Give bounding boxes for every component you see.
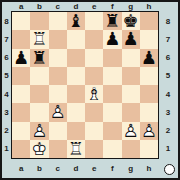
square-e2[interactable] <box>85 122 103 140</box>
square-b7[interactable]: ♜♖ <box>30 30 48 48</box>
chess-diagram: abcdefgh 87654321 ♝♜♚♜♖♟♟♟♜♟♝♗♟♙♟♙♟♙♟♙♚♔… <box>0 0 180 180</box>
square-f2[interactable] <box>103 122 121 140</box>
square-c8[interactable] <box>49 12 67 30</box>
file-label-a: a <box>12 159 30 177</box>
rank-label-8: 8 <box>2 12 11 30</box>
square-a4[interactable] <box>12 85 30 103</box>
piece-outline: ♙ <box>31 122 47 140</box>
square-e3[interactable] <box>85 103 103 121</box>
square-d5[interactable] <box>67 67 85 85</box>
rank-label-7: 7 <box>159 30 177 48</box>
piece-black-bishop-d8[interactable]: ♝ <box>67 12 85 30</box>
square-e8[interactable] <box>85 12 103 30</box>
square-c3[interactable]: ♟♙ <box>49 103 67 121</box>
file-label-e: e <box>85 159 103 177</box>
square-h2[interactable]: ♟♙ <box>140 122 158 140</box>
file-label-a: a <box>12 2 30 11</box>
square-b6[interactable]: ♜ <box>30 49 48 67</box>
piece-white-pawn-g2[interactable]: ♟♙ <box>122 122 140 140</box>
square-g1[interactable] <box>122 140 140 158</box>
piece-outline: ♙ <box>123 122 139 140</box>
square-h8[interactable] <box>140 12 158 30</box>
files-bottom: abcdefgh <box>12 159 158 177</box>
square-b3[interactable] <box>30 103 48 121</box>
file-label-h: h <box>140 159 158 177</box>
file-label-b: b <box>30 2 48 11</box>
square-a6[interactable]: ♟ <box>12 49 30 67</box>
rank-label-6: 6 <box>2 49 11 67</box>
piece-white-rook-b7[interactable]: ♜♖ <box>30 30 48 48</box>
rank-label-6: 6 <box>159 49 177 67</box>
rank-label-5: 5 <box>2 67 11 85</box>
square-c1[interactable] <box>49 140 67 158</box>
file-label-h: h <box>140 2 158 11</box>
piece-outline: ♙ <box>141 122 157 140</box>
square-c7[interactable] <box>49 30 67 48</box>
rank-label-3: 3 <box>2 103 11 121</box>
piece-black-pawn-g7[interactable]: ♟ <box>122 30 140 48</box>
square-d1[interactable]: ♜♖ <box>67 140 85 158</box>
file-label-c: c <box>49 159 67 177</box>
square-h3[interactable] <box>140 103 158 121</box>
rank-label-2: 2 <box>2 122 11 140</box>
square-a1[interactable] <box>12 140 30 158</box>
file-label-d: d <box>67 159 85 177</box>
square-b5[interactable] <box>30 67 48 85</box>
piece-white-pawn-c3[interactable]: ♟♙ <box>49 103 67 121</box>
square-d4[interactable] <box>67 85 85 103</box>
piece-white-pawn-b2[interactable]: ♟♙ <box>30 122 48 140</box>
square-b1[interactable]: ♚♔ <box>30 140 48 158</box>
piece-outline: ♔ <box>31 140 47 158</box>
square-g6[interactable] <box>122 49 140 67</box>
ranks-left: 87654321 <box>2 12 11 158</box>
file-label-f: f <box>103 159 121 177</box>
file-label-c: c <box>49 2 67 11</box>
square-h5[interactable] <box>140 67 158 85</box>
board: ♝♜♚♜♖♟♟♟♜♟♝♗♟♙♟♙♟♙♟♙♚♔♜♖ <box>11 11 159 159</box>
piece-black-pawn-f7[interactable]: ♟ <box>103 30 121 48</box>
square-f5[interactable] <box>103 67 121 85</box>
square-e6[interactable] <box>85 49 103 67</box>
square-d7[interactable] <box>67 30 85 48</box>
square-c6[interactable] <box>49 49 67 67</box>
square-h6[interactable]: ♟ <box>140 49 158 67</box>
square-h7[interactable] <box>140 30 158 48</box>
piece-white-rook-d1[interactable]: ♜♖ <box>67 140 85 158</box>
square-c2[interactable] <box>49 122 67 140</box>
rank-label-1: 1 <box>159 140 177 158</box>
square-h4[interactable] <box>140 85 158 103</box>
white-to-move-indicator <box>164 164 175 175</box>
square-g3[interactable] <box>122 103 140 121</box>
square-b4[interactable] <box>30 85 48 103</box>
square-f4[interactable] <box>103 85 121 103</box>
rank-label-3: 3 <box>159 103 177 121</box>
piece-black-pawn-h6[interactable]: ♟ <box>140 49 158 67</box>
square-a2[interactable] <box>12 122 30 140</box>
piece-outline: ♙ <box>50 103 66 121</box>
square-g2[interactable]: ♟♙ <box>122 122 140 140</box>
rank-label-4: 4 <box>159 85 177 103</box>
square-c5[interactable] <box>49 67 67 85</box>
piece-outline: ♖ <box>68 140 84 158</box>
square-a3[interactable] <box>12 103 30 121</box>
square-d2[interactable] <box>67 122 85 140</box>
rank-label-2: 2 <box>159 122 177 140</box>
square-f7[interactable]: ♟ <box>103 30 121 48</box>
piece-outline: ♖ <box>31 30 47 48</box>
square-f3[interactable] <box>103 103 121 121</box>
piece-white-pawn-h2[interactable]: ♟♙ <box>140 122 158 140</box>
file-label-b: b <box>30 159 48 177</box>
piece-black-pawn-a6[interactable]: ♟ <box>12 49 30 67</box>
piece-white-king-b1[interactable]: ♚♔ <box>30 140 48 158</box>
square-f6[interactable] <box>103 49 121 67</box>
square-g7[interactable]: ♟ <box>122 30 140 48</box>
rank-label-8: 8 <box>159 12 177 30</box>
square-g5[interactable] <box>122 67 140 85</box>
piece-outline: ♗ <box>86 85 102 103</box>
square-h1[interactable] <box>140 140 158 158</box>
square-d3[interactable] <box>67 103 85 121</box>
file-label-e: e <box>85 2 103 11</box>
square-d6[interactable] <box>67 49 85 67</box>
rank-label-5: 5 <box>159 67 177 85</box>
file-label-g: g <box>122 159 140 177</box>
square-f1[interactable] <box>103 140 121 158</box>
square-e1[interactable] <box>85 140 103 158</box>
square-e4[interactable]: ♝♗ <box>85 85 103 103</box>
piece-white-bishop-e4[interactable]: ♝♗ <box>85 85 103 103</box>
square-d8[interactable]: ♝ <box>67 12 85 30</box>
square-a8[interactable] <box>12 12 30 30</box>
square-a7[interactable] <box>12 30 30 48</box>
square-b2[interactable]: ♟♙ <box>30 122 48 140</box>
rank-label-7: 7 <box>2 30 11 48</box>
square-g4[interactable] <box>122 85 140 103</box>
rank-label-1: 1 <box>2 140 11 158</box>
piece-black-rook-b6[interactable]: ♜ <box>30 49 48 67</box>
square-a5[interactable] <box>12 67 30 85</box>
square-e7[interactable] <box>85 30 103 48</box>
rank-label-4: 4 <box>2 85 11 103</box>
ranks-right: 87654321 <box>159 12 177 158</box>
